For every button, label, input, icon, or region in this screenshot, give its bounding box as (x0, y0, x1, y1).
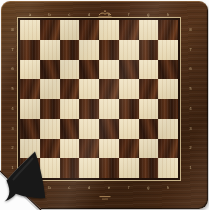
square-h3 (158, 119, 178, 139)
square-b3 (40, 119, 60, 139)
square-d1 (79, 158, 99, 178)
square-c8 (60, 20, 80, 40)
square-b2 (40, 139, 60, 159)
square-g7 (139, 40, 159, 60)
square-e5 (99, 79, 119, 99)
square-f8 (119, 20, 139, 40)
square-c2 (60, 139, 80, 159)
square-f1 (119, 158, 139, 178)
square-b5 (40, 79, 60, 99)
square-c6 (60, 60, 80, 80)
square-e7 (99, 40, 119, 60)
square-h2 (158, 139, 178, 159)
square-e1 (99, 158, 119, 178)
square-h1 (158, 158, 178, 178)
square-g4 (139, 99, 159, 119)
square-g6 (139, 60, 159, 80)
square-h7 (158, 40, 178, 60)
square-f2 (119, 139, 139, 159)
square-h6 (158, 60, 178, 80)
square-b1 (40, 158, 60, 178)
square-c7 (60, 40, 80, 60)
square-d4 (79, 99, 99, 119)
square-b4 (40, 99, 60, 119)
square-h5 (158, 79, 178, 99)
square-f7 (119, 40, 139, 60)
square-a1 (20, 158, 40, 178)
square-f4 (119, 99, 139, 119)
square-b7 (40, 40, 60, 60)
square-a2 (20, 139, 40, 159)
square-d7 (79, 40, 99, 60)
board-border (17, 17, 181, 181)
square-c4 (60, 99, 80, 119)
square-g3 (139, 119, 159, 139)
square-h4 (158, 99, 178, 119)
square-e6 (99, 60, 119, 80)
square-e3 (99, 119, 119, 139)
square-a7 (20, 40, 40, 60)
square-e4 (99, 99, 119, 119)
square-e2 (99, 139, 119, 159)
square-d8 (79, 20, 99, 40)
product-photo: abcdefgh abcdefgh 87654321 87654321 (0, 0, 209, 210)
square-g1 (139, 158, 159, 178)
square-e8 (99, 20, 119, 40)
square-c3 (60, 119, 80, 139)
square-a6 (20, 60, 40, 80)
square-b6 (40, 60, 60, 80)
square-a8 (20, 20, 40, 40)
square-d2 (79, 139, 99, 159)
square-g2 (139, 139, 159, 159)
square-b8 (40, 20, 60, 40)
square-a5 (20, 79, 40, 99)
square-f5 (119, 79, 139, 99)
square-d5 (79, 79, 99, 99)
square-d3 (79, 119, 99, 139)
square-g8 (139, 20, 159, 40)
square-h8 (158, 20, 178, 40)
square-a3 (20, 119, 40, 139)
square-d6 (79, 60, 99, 80)
square-a4 (20, 99, 40, 119)
square-c5 (60, 79, 80, 99)
square-f6 (119, 60, 139, 80)
square-c1 (60, 158, 80, 178)
square-g5 (139, 79, 159, 99)
square-f3 (119, 119, 139, 139)
chess-board (20, 20, 178, 178)
